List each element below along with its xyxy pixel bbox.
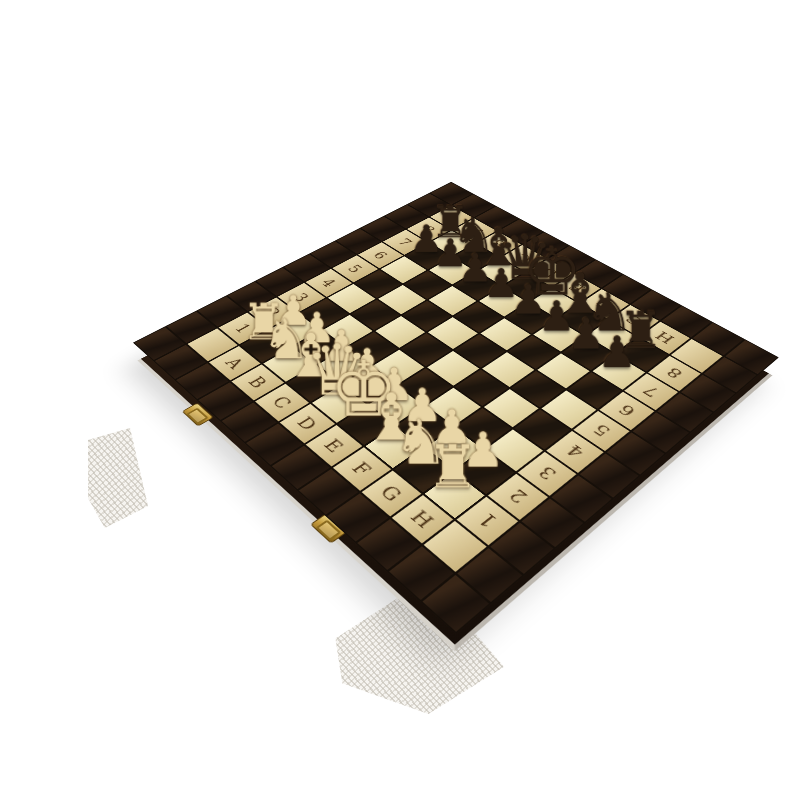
chess-box-photo: ABCDEFGH8♜♞♝♛♚♝♞♜87♟♟♟♟♟♟♟♟7665544332♟♟♟… — [0, 0, 800, 800]
chess-board: ABCDEFGH8♜♞♝♛♚♝♞♜87♟♟♟♟♟♟♟♟7665544332♟♟♟… — [133, 182, 778, 633]
frame-block — [724, 339, 779, 375]
board-scene: ABCDEFGH8♜♞♝♛♚♝♞♜87♟♟♟♟♟♟♟♟7665544332♟♟♟… — [0, 0, 800, 800]
piece-white-rook-h1[interactable]: ♜ — [399, 440, 505, 496]
rank-label-right-7-text: 7 — [624, 373, 678, 410]
piece-black-pawn-h7[interactable]: ♟ — [571, 332, 664, 373]
